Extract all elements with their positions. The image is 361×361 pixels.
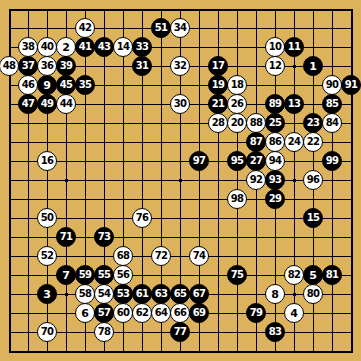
stone-white-28[interactable]: 28 <box>208 113 228 133</box>
stone-black-21[interactable]: 21 <box>208 94 228 114</box>
stone-white-74[interactable]: 74 <box>189 246 209 266</box>
stone-black-69[interactable]: 69 <box>189 303 209 323</box>
stone-black-91[interactable]: 91 <box>341 75 361 95</box>
stone-black-7[interactable]: 7 <box>56 265 76 285</box>
stone-black-97[interactable]: 97 <box>189 151 209 171</box>
stone-white-48[interactable]: 48 <box>0 56 19 76</box>
stone-white-8[interactable]: 8 <box>265 284 285 304</box>
stone-black-19[interactable]: 19 <box>208 75 228 95</box>
stone-white-6[interactable]: 6 <box>75 303 95 323</box>
stone-white-68[interactable]: 68 <box>113 246 133 266</box>
stone-white-46[interactable]: 46 <box>18 75 38 95</box>
stone-black-93[interactable]: 93 <box>265 170 285 190</box>
hoshi-point <box>293 179 297 183</box>
stone-black-15[interactable]: 15 <box>303 208 323 228</box>
stone-black-1[interactable]: 1 <box>303 56 323 76</box>
stone-black-81[interactable]: 81 <box>322 265 342 285</box>
stone-white-76[interactable]: 76 <box>132 208 152 228</box>
stone-white-22[interactable]: 22 <box>303 132 323 152</box>
stone-white-94[interactable]: 94 <box>265 151 285 171</box>
stone-white-32[interactable]: 32 <box>170 56 190 76</box>
stone-black-99[interactable]: 99 <box>322 151 342 171</box>
stone-white-78[interactable]: 78 <box>94 322 114 342</box>
stone-white-36[interactable]: 36 <box>37 56 57 76</box>
stone-white-34[interactable]: 34 <box>170 18 190 38</box>
stone-black-9[interactable]: 9 <box>37 75 57 95</box>
stone-white-70[interactable]: 70 <box>37 322 57 342</box>
stone-black-33[interactable]: 33 <box>132 37 152 57</box>
stone-black-67[interactable]: 67 <box>189 284 209 304</box>
stone-white-96[interactable]: 96 <box>303 170 323 190</box>
stone-black-51[interactable]: 51 <box>151 18 171 38</box>
stone-black-47[interactable]: 47 <box>18 94 38 114</box>
stone-white-92[interactable]: 92 <box>246 170 266 190</box>
stone-white-66[interactable]: 66 <box>170 303 190 323</box>
stone-white-4[interactable]: 4 <box>284 303 304 323</box>
stone-black-85[interactable]: 85 <box>322 94 342 114</box>
stone-white-72[interactable]: 72 <box>151 246 171 266</box>
stone-white-2[interactable]: 2 <box>56 37 76 57</box>
stone-white-58[interactable]: 58 <box>75 284 95 304</box>
stone-black-39[interactable]: 39 <box>56 56 76 76</box>
stone-black-43[interactable]: 43 <box>94 37 114 57</box>
stone-white-60[interactable]: 60 <box>113 303 133 323</box>
stone-black-57[interactable]: 57 <box>94 303 114 323</box>
stone-black-79[interactable]: 79 <box>246 303 266 323</box>
stone-white-20[interactable]: 20 <box>227 113 247 133</box>
stone-white-52[interactable]: 52 <box>37 246 57 266</box>
go-board[interactable]: 1234567891011121314151617181920212223242… <box>0 0 361 361</box>
stone-white-44[interactable]: 44 <box>56 94 76 114</box>
stone-white-86[interactable]: 86 <box>265 132 285 152</box>
hoshi-point <box>293 293 297 297</box>
stone-black-37[interactable]: 37 <box>18 56 38 76</box>
stone-white-56[interactable]: 56 <box>113 265 133 285</box>
stone-black-31[interactable]: 31 <box>132 56 152 76</box>
stone-black-75[interactable]: 75 <box>227 265 247 285</box>
stone-black-77[interactable]: 77 <box>170 322 190 342</box>
stone-black-87[interactable]: 87 <box>246 132 266 152</box>
hoshi-point <box>65 293 69 297</box>
stone-white-62[interactable]: 62 <box>132 303 152 323</box>
stone-white-24[interactable]: 24 <box>284 132 304 152</box>
stone-black-59[interactable]: 59 <box>75 265 95 285</box>
stone-black-65[interactable]: 65 <box>170 284 190 304</box>
stone-black-29[interactable]: 29 <box>265 189 285 209</box>
stone-white-26[interactable]: 26 <box>227 94 247 114</box>
stone-black-71[interactable]: 71 <box>56 227 76 247</box>
stone-black-23[interactable]: 23 <box>303 113 323 133</box>
stone-black-63[interactable]: 63 <box>151 284 171 304</box>
stone-white-12[interactable]: 12 <box>265 56 285 76</box>
stone-black-13[interactable]: 13 <box>284 94 304 114</box>
hoshi-point <box>293 65 297 69</box>
stone-white-50[interactable]: 50 <box>37 208 57 228</box>
stone-black-45[interactable]: 45 <box>56 75 76 95</box>
stone-white-42[interactable]: 42 <box>75 18 95 38</box>
stone-white-54[interactable]: 54 <box>94 284 114 304</box>
stone-black-5[interactable]: 5 <box>303 265 323 285</box>
stone-white-82[interactable]: 82 <box>284 265 304 285</box>
stone-black-83[interactable]: 83 <box>265 322 285 342</box>
stone-black-35[interactable]: 35 <box>75 75 95 95</box>
stone-black-55[interactable]: 55 <box>94 265 114 285</box>
stone-white-18[interactable]: 18 <box>227 75 247 95</box>
stone-white-88[interactable]: 88 <box>246 113 266 133</box>
stone-black-25[interactable]: 25 <box>265 113 285 133</box>
stone-black-11[interactable]: 11 <box>284 37 304 57</box>
stone-white-98[interactable]: 98 <box>227 189 247 209</box>
stone-white-64[interactable]: 64 <box>151 303 171 323</box>
stone-white-14[interactable]: 14 <box>113 37 133 57</box>
stone-white-90[interactable]: 90 <box>322 75 342 95</box>
stone-black-53[interactable]: 53 <box>113 284 133 304</box>
stone-black-89[interactable]: 89 <box>265 94 285 114</box>
stone-black-3[interactable]: 3 <box>37 284 57 304</box>
stone-black-27[interactable]: 27 <box>246 151 266 171</box>
stone-black-41[interactable]: 41 <box>75 37 95 57</box>
stone-black-95[interactable]: 95 <box>227 151 247 171</box>
stone-white-30[interactable]: 30 <box>170 94 190 114</box>
stone-white-38[interactable]: 38 <box>18 37 38 57</box>
stone-black-73[interactable]: 73 <box>94 227 114 247</box>
stone-black-61[interactable]: 61 <box>132 284 152 304</box>
hoshi-point <box>179 179 183 183</box>
stone-white-80[interactable]: 80 <box>303 284 323 304</box>
stone-black-17[interactable]: 17 <box>208 56 228 76</box>
stone-white-16[interactable]: 16 <box>37 151 57 171</box>
hoshi-point <box>65 179 69 183</box>
stone-white-84[interactable]: 84 <box>322 113 342 133</box>
stone-white-40[interactable]: 40 <box>37 37 57 57</box>
stone-white-10[interactable]: 10 <box>265 37 285 57</box>
stone-black-49[interactable]: 49 <box>37 94 57 114</box>
